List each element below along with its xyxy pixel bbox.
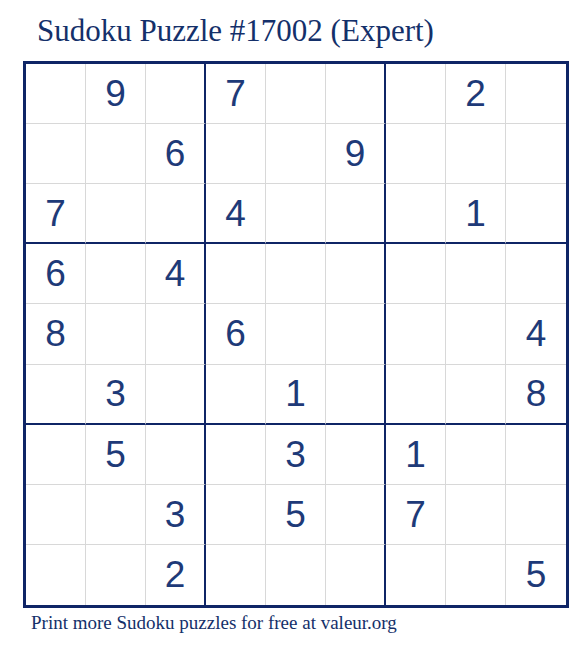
sudoku-cell-r8c3: 3: [146, 485, 206, 545]
sudoku-cell-r1c2: 9: [86, 64, 146, 124]
sudoku-cell-r8c2: [86, 485, 146, 545]
sudoku-cell-r9c6: [326, 545, 386, 605]
sudoku-cell-r3c6: [326, 184, 386, 244]
sudoku-cell-r2c2: [86, 124, 146, 184]
sudoku-cell-r5c7: [386, 304, 446, 364]
sudoku-cell-r5c2: [86, 304, 146, 364]
sudoku-cell-r6c8: [446, 365, 506, 425]
sudoku-cell-r8c4: [206, 485, 266, 545]
sudoku-cell-r1c8: 2: [446, 64, 506, 124]
sudoku-cell-r5c4: 6: [206, 304, 266, 364]
sudoku-cell-r1c6: [326, 64, 386, 124]
sudoku-cell-r3c4: 4: [206, 184, 266, 244]
sudoku-cell-r6c1: [26, 365, 86, 425]
sudoku-cell-r4c5: [266, 244, 326, 304]
sudoku-cell-r7c9: [506, 425, 566, 485]
sudoku-cell-r8c5: 5: [266, 485, 326, 545]
sudoku-cell-r9c8: [446, 545, 506, 605]
sudoku-cell-r6c3: [146, 365, 206, 425]
sudoku-cell-r6c7: [386, 365, 446, 425]
sudoku-cell-r6c4: [206, 365, 266, 425]
sudoku-cell-r8c6: [326, 485, 386, 545]
sudoku-cell-r4c7: [386, 244, 446, 304]
sudoku-cell-r8c8: [446, 485, 506, 545]
sudoku-cell-r9c1: [26, 545, 86, 605]
page-title: Sudoku Puzzle #17002 (Expert): [37, 13, 434, 49]
sudoku-cell-r9c7: [386, 545, 446, 605]
sudoku-cell-r1c7: [386, 64, 446, 124]
sudoku-cell-r7c4: [206, 425, 266, 485]
sudoku-cell-r5c5: [266, 304, 326, 364]
sudoku-cell-r7c5: 3: [266, 425, 326, 485]
sudoku-board: 972697416486431853135725: [23, 61, 569, 608]
sudoku-cell-r6c2: 3: [86, 365, 146, 425]
sudoku-cell-r8c7: 7: [386, 485, 446, 545]
sudoku-cell-r5c9: 4: [506, 304, 566, 364]
sudoku-cell-r2c3: 6: [146, 124, 206, 184]
sudoku-cell-r7c6: [326, 425, 386, 485]
sudoku-cell-r4c8: [446, 244, 506, 304]
sudoku-cell-r1c9: [506, 64, 566, 124]
sudoku-cell-r9c9: 5: [506, 545, 566, 605]
sudoku-cell-r5c1: 8: [26, 304, 86, 364]
sudoku-cell-r5c6: [326, 304, 386, 364]
sudoku-cell-r4c2: [86, 244, 146, 304]
sudoku-cell-r1c3: [146, 64, 206, 124]
sudoku-cell-r2c7: [386, 124, 446, 184]
sudoku-cell-r2c1: [26, 124, 86, 184]
sudoku-cell-r3c9: [506, 184, 566, 244]
sudoku-cell-r5c8: [446, 304, 506, 364]
sudoku-cell-r6c5: 1: [266, 365, 326, 425]
sudoku-cell-r3c1: 7: [26, 184, 86, 244]
sudoku-cell-r1c4: 7: [206, 64, 266, 124]
sudoku-cell-r3c5: [266, 184, 326, 244]
sudoku-cell-r2c9: [506, 124, 566, 184]
sudoku-cell-r9c3: 2: [146, 545, 206, 605]
sudoku-cell-r2c8: [446, 124, 506, 184]
sudoku-cell-r7c1: [26, 425, 86, 485]
sudoku-cell-r7c3: [146, 425, 206, 485]
sudoku-cell-r4c3: 4: [146, 244, 206, 304]
footer-text: Print more Sudoku puzzles for free at va…: [31, 612, 397, 634]
sudoku-cell-r9c5: [266, 545, 326, 605]
sudoku-cell-r6c9: 8: [506, 365, 566, 425]
sudoku-cell-r9c2: [86, 545, 146, 605]
sudoku-cell-r8c1: [26, 485, 86, 545]
sudoku-cell-r6c6: [326, 365, 386, 425]
sudoku-cell-r4c4: [206, 244, 266, 304]
sudoku-cell-r2c5: [266, 124, 326, 184]
sudoku-cell-r3c7: [386, 184, 446, 244]
sudoku-cell-r7c8: [446, 425, 506, 485]
sudoku-cell-r4c9: [506, 244, 566, 304]
sudoku-cell-r3c3: [146, 184, 206, 244]
sudoku-cell-r8c9: [506, 485, 566, 545]
sudoku-cell-r5c3: [146, 304, 206, 364]
sudoku-cell-r2c6: 9: [326, 124, 386, 184]
sudoku-cell-r4c1: 6: [26, 244, 86, 304]
sudoku-cell-r7c7: 1: [386, 425, 446, 485]
sudoku-cell-r2c4: [206, 124, 266, 184]
sudoku-cell-r7c2: 5: [86, 425, 146, 485]
sudoku-cell-r9c4: [206, 545, 266, 605]
sudoku-cell-r1c1: [26, 64, 86, 124]
sudoku-cell-r3c2: [86, 184, 146, 244]
sudoku-cell-r1c5: [266, 64, 326, 124]
sudoku-cell-r4c6: [326, 244, 386, 304]
sudoku-cell-r3c8: 1: [446, 184, 506, 244]
